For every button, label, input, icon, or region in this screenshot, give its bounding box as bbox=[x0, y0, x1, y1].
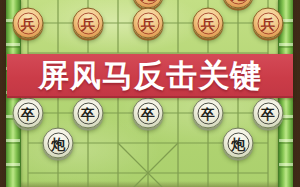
piece-red-soldier-file5[interactable]: 兵 bbox=[133, 8, 164, 39]
piece-character: 兵 bbox=[257, 12, 279, 34]
piece-character: 炮 bbox=[227, 0, 249, 4]
piece-character: 卒 bbox=[77, 102, 99, 124]
piece-character: 炮 bbox=[137, 0, 159, 4]
piece-character: 炮 bbox=[47, 132, 69, 154]
piece-black-soldier-file1[interactable]: 卒 bbox=[13, 98, 44, 129]
piece-red-soldier-file3[interactable]: 兵 bbox=[73, 8, 104, 39]
piece-character: 卒 bbox=[17, 102, 39, 124]
piece-red-soldier-file9[interactable]: 兵 bbox=[253, 8, 284, 39]
piece-black-soldier-file3[interactable]: 卒 bbox=[73, 98, 104, 129]
piece-black-soldier-file5[interactable]: 卒 bbox=[133, 98, 164, 129]
piece-black-cannon-file8[interactable]: 炮 bbox=[223, 128, 254, 159]
piece-character: 兵 bbox=[17, 12, 39, 34]
piece-black-soldier-file9[interactable]: 卒 bbox=[253, 98, 284, 129]
piece-red-soldier-file7[interactable]: 兵 bbox=[193, 8, 224, 39]
piece-character: 炮 bbox=[227, 132, 249, 154]
piece-character: 卒 bbox=[257, 102, 279, 124]
piece-red-soldier-file1[interactable]: 兵 bbox=[13, 8, 44, 39]
piece-black-cannon-file2[interactable]: 炮 bbox=[43, 128, 74, 159]
piece-character: 兵 bbox=[77, 12, 99, 34]
piece-character: 卒 bbox=[197, 102, 219, 124]
piece-black-soldier-file7[interactable]: 卒 bbox=[193, 98, 224, 129]
caption-text: 屏风马反击关键 bbox=[38, 55, 262, 97]
caption-banner: 屏风马反击关键 bbox=[7, 54, 293, 98]
piece-character: 兵 bbox=[137, 12, 159, 34]
piece-character: 卒 bbox=[137, 102, 159, 124]
xiangqi-app-screen: 炮炮兵兵兵兵兵卒卒卒卒卒炮炮 屏风马反击关键 bbox=[0, 0, 300, 187]
piece-character: 兵 bbox=[197, 12, 219, 34]
